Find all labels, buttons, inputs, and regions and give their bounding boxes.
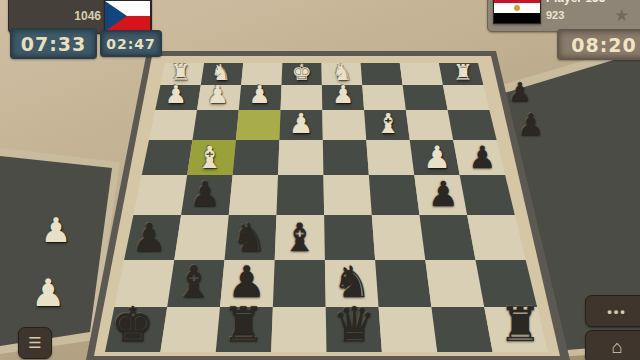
piece-black-king-h8[interactable]: ♚ bbox=[101, 300, 163, 348]
piece-white-pawn-h2[interactable]: ♟ bbox=[160, 83, 192, 108]
piece-black-pawn-g5[interactable]: ♟ bbox=[182, 177, 227, 212]
white-main-clock-time: 07:33 bbox=[21, 33, 86, 55]
piece-black-pawn-h6[interactable]: ♟ bbox=[124, 218, 175, 257]
white-player-name: michalkocna bbox=[23, 0, 109, 3]
black-main-clock-time: 08:20 bbox=[571, 34, 636, 56]
piece-white-bishop-c3[interactable]: ♝ bbox=[370, 110, 406, 137]
white-player-rating: 1046 bbox=[39, 9, 101, 23]
game-screen: ♜♛♜♚♞♟♝♝♞♟♟♟♟♟♝♝♟♟♟♟♟♜♞♚♞♜ ♟♟♟♟ michalko… bbox=[0, 0, 640, 360]
black-player-name: Player 135 bbox=[546, 0, 605, 5]
piece-black-bishop-g7[interactable]: ♝ bbox=[165, 260, 222, 304]
piece-black-knight-f6[interactable]: ♞ bbox=[224, 218, 275, 257]
egypt-flag bbox=[493, 0, 541, 24]
black-main-clock: 08:20 bbox=[557, 29, 640, 60]
captured-white-pawn: ♟ bbox=[34, 213, 78, 247]
exit-home-button[interactable]: ⌂ bbox=[585, 330, 640, 360]
piece-white-pawn-d2[interactable]: ♟ bbox=[327, 83, 359, 108]
piece-white-rook-a1[interactable]: ♜ bbox=[449, 61, 478, 83]
piece-white-pawn-f2[interactable]: ♟ bbox=[244, 83, 276, 108]
black-player-rating: 923 bbox=[546, 9, 564, 21]
piece-white-pawn-b4[interactable]: ♟ bbox=[417, 142, 457, 173]
star-icon: ★ bbox=[614, 5, 629, 26]
piece-black-pawn-a4[interactable]: ♟ bbox=[462, 142, 502, 173]
more-options-button[interactable]: ••• bbox=[585, 295, 640, 327]
czech-flag bbox=[104, 0, 151, 32]
captured-black-pawn: ♟ bbox=[503, 79, 537, 105]
piece-white-pawn-e3[interactable]: ♟ bbox=[283, 110, 319, 137]
piece-black-pawn-b5[interactable]: ♟ bbox=[421, 177, 466, 212]
white-secondary-clock-time: 02:47 bbox=[106, 36, 156, 52]
menu-icon: ☰ bbox=[28, 334, 41, 352]
white-main-clock: 07:33 bbox=[10, 28, 97, 59]
piece-black-queen-d8[interactable]: ♛ bbox=[323, 300, 385, 348]
home-icon: ⌂ bbox=[612, 337, 623, 358]
piece-black-rook-a8[interactable]: ♜ bbox=[489, 300, 551, 348]
piece-white-king-e1[interactable]: ♚ bbox=[287, 61, 316, 83]
piece-white-pawn-g2[interactable]: ♟ bbox=[202, 83, 234, 108]
captured-black-pawn: ♟ bbox=[512, 110, 551, 140]
piece-black-bishop-e6[interactable]: ♝ bbox=[274, 218, 325, 257]
black-player-panel: Player 135 923 ★ bbox=[487, 0, 640, 32]
piece-white-bishop-g4[interactable]: ♝ bbox=[190, 142, 230, 173]
more-options-icon: ••• bbox=[607, 304, 627, 319]
white-secondary-clock: 02:47 bbox=[100, 30, 162, 57]
piece-black-rook-f8[interactable]: ♜ bbox=[212, 300, 274, 348]
menu-button[interactable]: ☰ bbox=[18, 327, 52, 359]
captured-white-pawn: ♟ bbox=[23, 274, 72, 312]
